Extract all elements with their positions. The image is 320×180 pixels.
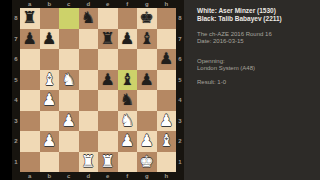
- square-a2: [20, 131, 40, 152]
- square-a4: [20, 90, 40, 111]
- black-pawn: ♟: [120, 31, 134, 47]
- square-b3: [40, 111, 60, 132]
- white-bishop: ♝: [42, 72, 56, 88]
- black-knight: ♞: [120, 92, 134, 108]
- square-g1: ♚: [137, 152, 157, 173]
- rank-label-7: 7: [12, 29, 20, 50]
- square-c2: [59, 131, 79, 152]
- file-label-f: f: [118, 172, 138, 180]
- square-b5: ♝: [40, 70, 60, 91]
- square-e1: ♜: [98, 152, 118, 173]
- file-label-a: a: [20, 172, 40, 180]
- square-e5: ♟: [98, 70, 118, 91]
- file-label-a: a: [20, 0, 40, 8]
- square-c1: [59, 152, 79, 173]
- square-f3: ♞: [118, 111, 138, 132]
- square-d4: [79, 90, 99, 111]
- square-e3: [98, 111, 118, 132]
- square-b6: [40, 49, 60, 70]
- file-label-h: h: [157, 0, 177, 8]
- square-g7: ♝: [137, 29, 157, 50]
- white-pawn: ♟: [159, 113, 173, 129]
- white-rook: ♜: [101, 154, 115, 170]
- square-c8: [59, 8, 79, 29]
- square-h1: [157, 152, 177, 173]
- file-label-c: c: [59, 172, 79, 180]
- game-info-panel: White: Aser Minzer (1530) Black: Talib B…: [184, 0, 320, 180]
- file-label-g: g: [137, 172, 157, 180]
- file-label-e: e: [98, 172, 118, 180]
- rank-labels-left: 87654321: [12, 8, 20, 172]
- rank-label-3: 3: [176, 111, 184, 132]
- black-pawn: ♟: [140, 72, 154, 88]
- square-c5: ♞: [59, 70, 79, 91]
- rank-label-7: 7: [176, 29, 184, 50]
- white-pawn: ♟: [42, 92, 56, 108]
- square-c7: [59, 29, 79, 50]
- square-g8: ♚: [137, 8, 157, 29]
- file-label-d: d: [79, 0, 99, 8]
- square-d1: ♜: [79, 152, 99, 173]
- square-e4: [98, 90, 118, 111]
- square-h7: [157, 29, 177, 50]
- file-labels-bottom: abcdefgh: [20, 172, 176, 180]
- square-e7: ♜: [98, 29, 118, 50]
- square-g6: [137, 49, 157, 70]
- square-h5: [157, 70, 177, 91]
- chess-board: ♜♞♚♟♟♜♟♝♟♝♞♟♝♟♟♞♟♞♟♟♟♟♝♜♜♚: [20, 8, 176, 172]
- result-line: Result: 1-0: [197, 79, 316, 86]
- square-a1: [20, 152, 40, 173]
- square-c4: [59, 90, 79, 111]
- square-g3: [137, 111, 157, 132]
- square-f8: [118, 8, 138, 29]
- rank-label-3: 3: [12, 111, 20, 132]
- rank-label-1: 1: [176, 152, 184, 173]
- rank-label-4: 4: [176, 90, 184, 111]
- black-player-line: Black: Talib Babayev (2211): [197, 15, 316, 23]
- square-e2: [98, 131, 118, 152]
- black-pawn: ♟: [23, 31, 37, 47]
- square-a5: [20, 70, 40, 91]
- square-e8: [98, 8, 118, 29]
- video-frame: abcdefgh 87654321 ♜♞♚♟♟♜♟♝♟♝♞♟♝♟♟♞♟♞♟♟♟♟…: [0, 0, 320, 180]
- black-bishop: ♝: [140, 31, 154, 47]
- black-rook: ♜: [101, 31, 115, 47]
- black-pawn: ♟: [159, 51, 173, 67]
- square-h8: [157, 8, 177, 29]
- white-bishop: ♝: [159, 133, 173, 149]
- rank-label-8: 8: [12, 8, 20, 29]
- file-label-b: b: [40, 0, 60, 8]
- white-player-line: White: Aser Minzer (1530): [197, 7, 316, 15]
- black-king: ♚: [140, 10, 154, 26]
- white-rook: ♜: [81, 154, 95, 170]
- square-g4: [137, 90, 157, 111]
- event-line: The ch-AZE 2016 Round 16: [197, 31, 316, 38]
- file-label-d: d: [79, 172, 99, 180]
- file-label-f: f: [118, 0, 138, 8]
- black-bishop: ♝: [120, 72, 134, 88]
- file-label-h: h: [157, 172, 177, 180]
- square-a7: ♟: [20, 29, 40, 50]
- square-f7: ♟: [118, 29, 138, 50]
- square-a3: [20, 111, 40, 132]
- white-pawn: ♟: [62, 113, 76, 129]
- square-b2: ♟: [40, 131, 60, 152]
- white-knight: ♞: [120, 113, 134, 129]
- date-line: Date: 2016-03-15: [197, 38, 316, 45]
- opening-name: London System (A48): [197, 65, 316, 72]
- file-label-e: e: [98, 0, 118, 8]
- black-pawn: ♟: [42, 31, 56, 47]
- square-b8: [40, 8, 60, 29]
- rank-label-5: 5: [12, 70, 20, 91]
- square-d7: [79, 29, 99, 50]
- square-a8: ♜: [20, 8, 40, 29]
- rank-label-6: 6: [176, 49, 184, 70]
- square-b4: ♟: [40, 90, 60, 111]
- square-d6: [79, 49, 99, 70]
- black-rook: ♜: [23, 10, 37, 26]
- square-f2: ♟: [118, 131, 138, 152]
- rank-label-1: 1: [12, 152, 20, 173]
- file-label-b: b: [40, 172, 60, 180]
- white-king: ♚: [140, 154, 154, 170]
- rank-label-4: 4: [12, 90, 20, 111]
- square-d5: [79, 70, 99, 91]
- square-h6: ♟: [157, 49, 177, 70]
- rank-label-2: 2: [176, 131, 184, 152]
- rank-label-8: 8: [176, 8, 184, 29]
- square-f4: ♞: [118, 90, 138, 111]
- square-h3: ♟: [157, 111, 177, 132]
- rank-labels-right: 87654321: [176, 8, 184, 172]
- square-e6: [98, 49, 118, 70]
- square-g2: ♟: [137, 131, 157, 152]
- square-c6: [59, 49, 79, 70]
- square-b7: ♟: [40, 29, 60, 50]
- square-f6: [118, 49, 138, 70]
- square-b1: [40, 152, 60, 173]
- black-knight: ♞: [81, 10, 95, 26]
- square-a6: [20, 49, 40, 70]
- chess-board-frame: abcdefgh 87654321 ♜♞♚♟♟♜♟♝♟♝♞♟♝♟♟♞♟♞♟♟♟♟…: [12, 0, 184, 180]
- square-f5: ♝: [118, 70, 138, 91]
- white-pawn: ♟: [42, 133, 56, 149]
- white-pawn: ♟: [140, 133, 154, 149]
- square-d2: [79, 131, 99, 152]
- white-knight: ♞: [62, 72, 76, 88]
- rank-label-2: 2: [12, 131, 20, 152]
- rank-label-6: 6: [12, 49, 20, 70]
- square-h2: ♝: [157, 131, 177, 152]
- rank-label-5: 5: [176, 70, 184, 91]
- square-h4: [157, 90, 177, 111]
- file-labels-top: abcdefgh: [20, 0, 176, 8]
- file-label-g: g: [137, 0, 157, 8]
- black-pawn: ♟: [101, 72, 115, 88]
- square-c3: ♟: [59, 111, 79, 132]
- square-f1: [118, 152, 138, 173]
- file-label-c: c: [59, 0, 79, 8]
- white-pawn: ♟: [120, 133, 134, 149]
- square-d3: [79, 111, 99, 132]
- opening-label: Openning:: [197, 58, 316, 65]
- square-d8: ♞: [79, 8, 99, 29]
- square-g5: ♟: [137, 70, 157, 91]
